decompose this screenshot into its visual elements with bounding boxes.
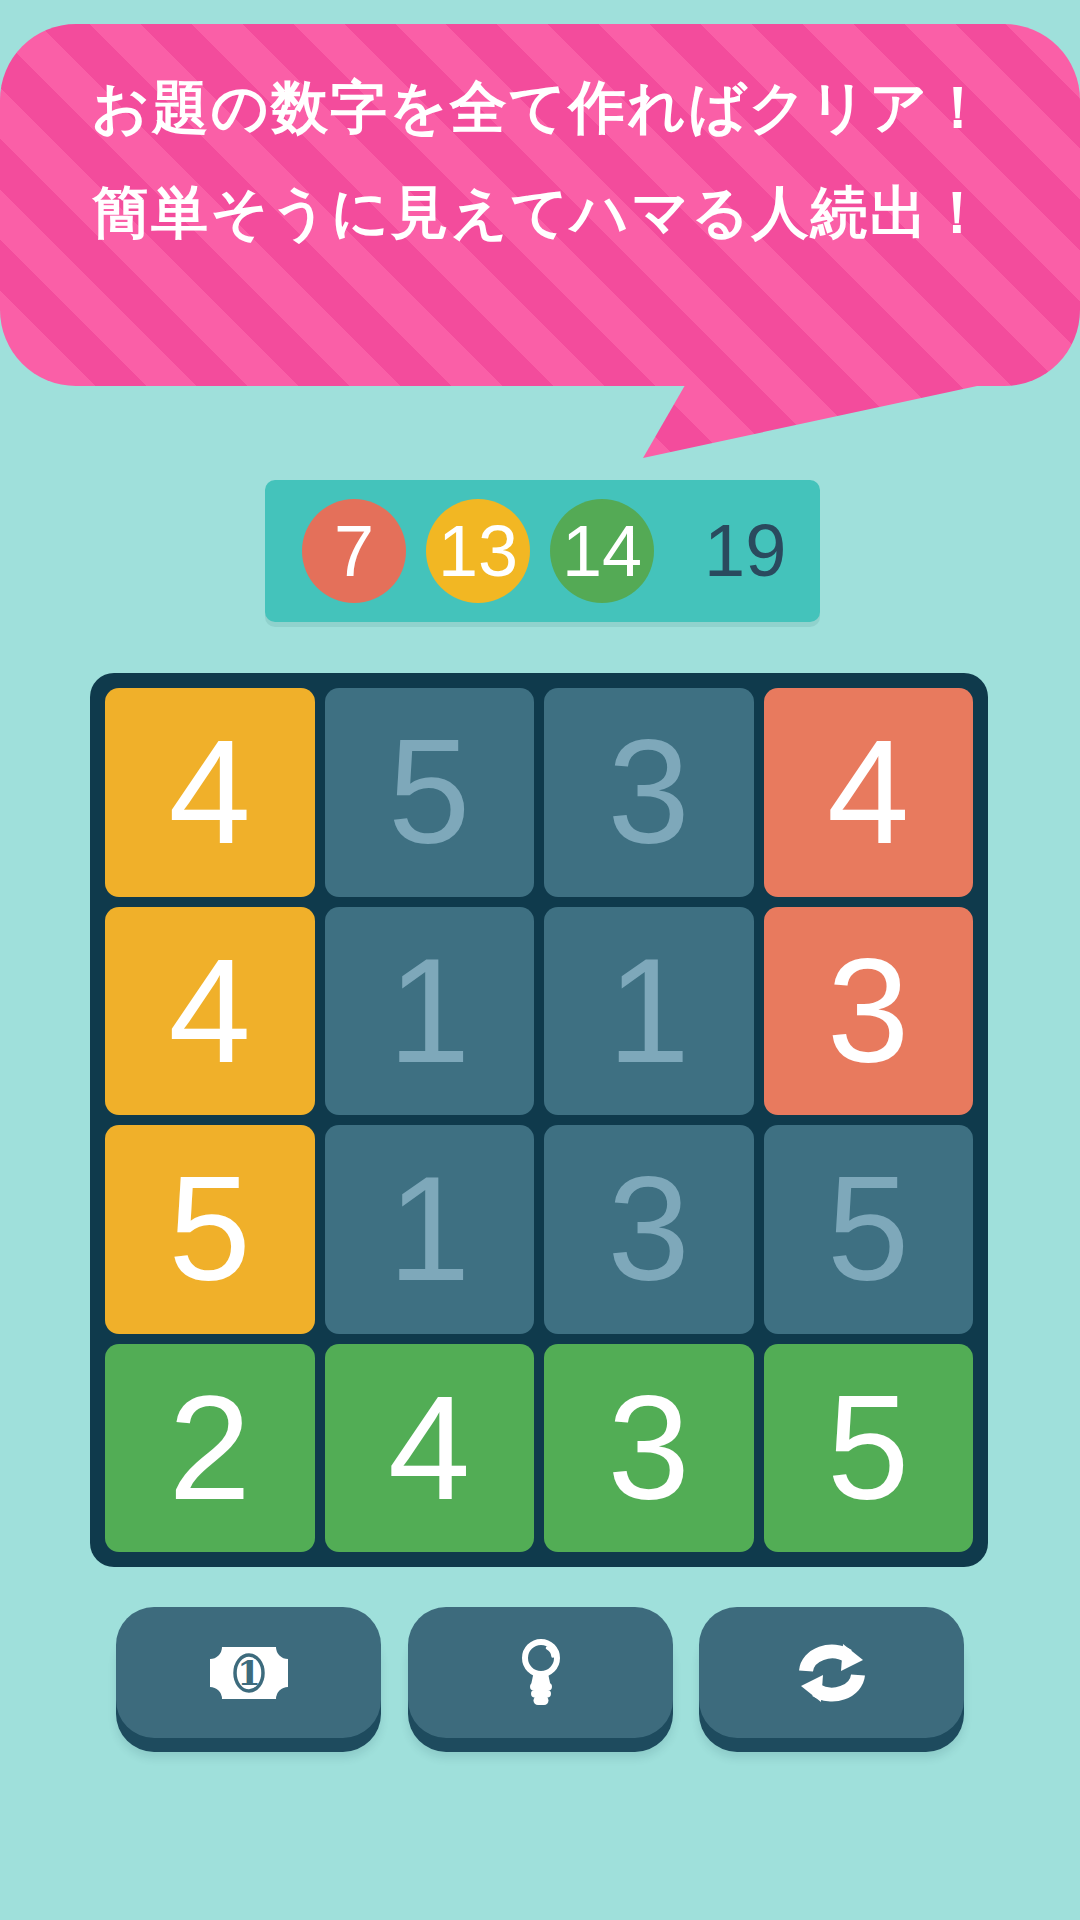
tile-r3c2[interactable]: 1	[325, 1125, 535, 1334]
money-button[interactable]: 1	[116, 1607, 381, 1738]
game-screen: お題の数字を全て作ればクリア！ 簡単そうに見えてハマる人続出！ 7 13 14 …	[0, 0, 1080, 1920]
target-number-remaining: 19	[704, 514, 786, 588]
tile-r2c4[interactable]: 3	[764, 907, 974, 1116]
target-badge: 7	[302, 499, 406, 603]
tile-r3c4[interactable]: 5	[764, 1125, 974, 1334]
lightbulb-icon	[518, 1637, 564, 1709]
tile-r2c3[interactable]: 1	[544, 907, 754, 1116]
tile-r4c2[interactable]: 4	[325, 1344, 535, 1553]
bubble-line-2: 簡単そうに見えてハマる人続出！	[92, 175, 988, 252]
tile-r1c3[interactable]: 3	[544, 688, 754, 897]
tile-r4c4[interactable]: 5	[764, 1344, 974, 1553]
bubble-line-1: お題の数字を全て作ればクリア！	[91, 70, 988, 147]
reset-button[interactable]	[699, 1607, 964, 1738]
puzzle-board: 4 5 3 4 4 1 1 3 5 1 3 5 2 4 3 5	[90, 673, 988, 1567]
banknote-icon: 1	[210, 1647, 288, 1699]
tile-r3c1[interactable]: 5	[105, 1125, 315, 1334]
svg-text:1: 1	[237, 1653, 261, 1693]
hint-button[interactable]	[408, 1607, 673, 1738]
speech-bubble: お題の数字を全て作ればクリア！ 簡単そうに見えてハマる人続出！	[0, 24, 1080, 386]
tile-r1c2[interactable]: 5	[325, 688, 535, 897]
target-badge: 13	[426, 499, 530, 603]
tile-r1c1[interactable]: 4	[105, 688, 315, 897]
target-badge: 14	[550, 499, 654, 603]
target-numbers-bar: 7 13 14 19	[265, 480, 820, 622]
tile-r4c1[interactable]: 2	[105, 1344, 315, 1553]
tile-r2c2[interactable]: 1	[325, 907, 535, 1116]
tile-r2c1[interactable]: 4	[105, 907, 315, 1116]
refresh-icon	[799, 1642, 865, 1704]
tile-r1c4[interactable]: 4	[764, 688, 974, 897]
tile-r3c3[interactable]: 3	[544, 1125, 754, 1334]
speech-bubble-text: お題の数字を全て作ればクリア！ 簡単そうに見えてハマる人続出！	[0, 24, 1080, 386]
tile-r4c3[interactable]: 3	[544, 1344, 754, 1553]
speech-bubble-tail	[620, 380, 1020, 460]
